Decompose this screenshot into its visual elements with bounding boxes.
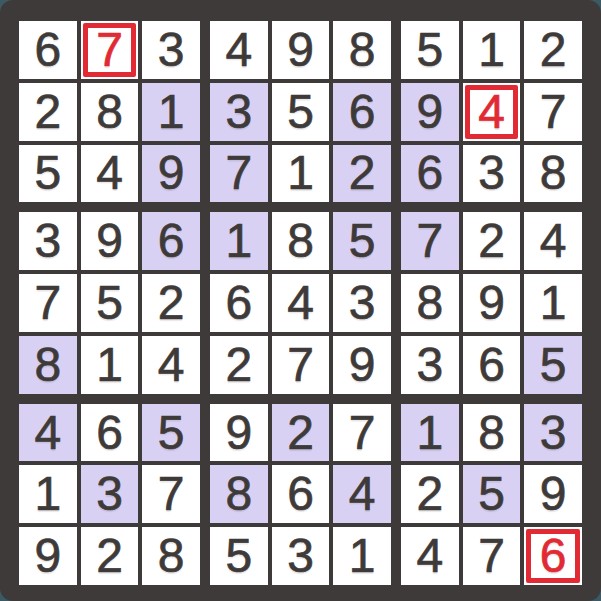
- cell-r3c6[interactable]: 2: [333, 145, 391, 203]
- cell-r9c8[interactable]: 7: [463, 527, 521, 585]
- cell-r2c9[interactable]: 7: [524, 83, 582, 141]
- cell-r2c8[interactable]: 4: [463, 83, 521, 141]
- cell-r7c6[interactable]: 7: [333, 404, 391, 462]
- cell-r5c9[interactable]: 1: [524, 274, 582, 332]
- box-3-2: 927864531: [210, 404, 391, 585]
- cell-r6c1[interactable]: 8: [19, 336, 77, 394]
- cell-r2c6[interactable]: 6: [333, 83, 391, 141]
- cell-r9c7[interactable]: 4: [401, 527, 459, 585]
- box-2-1: 396752814: [19, 212, 200, 393]
- cell-r1c3[interactable]: 3: [142, 21, 200, 79]
- box-1-3: 512947638: [401, 21, 582, 202]
- cell-r3c8[interactable]: 3: [463, 145, 521, 203]
- cell-r8c4[interactable]: 8: [210, 465, 268, 523]
- cell-r3c5[interactable]: 1: [272, 145, 330, 203]
- cell-r6c8[interactable]: 6: [463, 336, 521, 394]
- cell-r8c5[interactable]: 6: [272, 465, 330, 523]
- cell-r8c6[interactable]: 4: [333, 465, 391, 523]
- cell-r1c9[interactable]: 2: [524, 21, 582, 79]
- cell-r3c2[interactable]: 4: [81, 145, 139, 203]
- cell-r6c5[interactable]: 7: [272, 336, 330, 394]
- cell-r5c3[interactable]: 2: [142, 274, 200, 332]
- cell-r7c3[interactable]: 5: [142, 404, 200, 462]
- box-2-3: 724891365: [401, 212, 582, 393]
- cell-r3c7[interactable]: 6: [401, 145, 459, 203]
- cell-r8c9[interactable]: 9: [524, 465, 582, 523]
- cell-r5c5[interactable]: 4: [272, 274, 330, 332]
- cell-r6c3[interactable]: 4: [142, 336, 200, 394]
- sudoku-board: 6732815494983567125129476383967528141856…: [0, 0, 601, 601]
- cell-r5c1[interactable]: 7: [19, 274, 77, 332]
- cell-r1c5[interactable]: 9: [272, 21, 330, 79]
- cell-r9c9[interactable]: 6: [524, 527, 582, 585]
- cell-r4c8[interactable]: 2: [463, 212, 521, 270]
- cell-r2c1[interactable]: 2: [19, 83, 77, 141]
- cell-r6c4[interactable]: 2: [210, 336, 268, 394]
- cell-r3c9[interactable]: 8: [524, 145, 582, 203]
- cell-r9c2[interactable]: 2: [81, 527, 139, 585]
- cell-r2c5[interactable]: 5: [272, 83, 330, 141]
- cell-r4c5[interactable]: 8: [272, 212, 330, 270]
- cell-r6c6[interactable]: 9: [333, 336, 391, 394]
- cell-r7c2[interactable]: 6: [81, 404, 139, 462]
- cell-r7c7[interactable]: 1: [401, 404, 459, 462]
- cell-r5c2[interactable]: 5: [81, 274, 139, 332]
- cell-r4c2[interactable]: 9: [81, 212, 139, 270]
- cell-r5c4[interactable]: 6: [210, 274, 268, 332]
- cell-r8c3[interactable]: 7: [142, 465, 200, 523]
- box-3-1: 465137928: [19, 404, 200, 585]
- cell-r5c6[interactable]: 3: [333, 274, 391, 332]
- box-1-1: 673281549: [19, 21, 200, 202]
- cell-r7c1[interactable]: 4: [19, 404, 77, 462]
- cell-r6c9[interactable]: 5: [524, 336, 582, 394]
- cell-r4c7[interactable]: 7: [401, 212, 459, 270]
- cell-r3c4[interactable]: 7: [210, 145, 268, 203]
- cell-r9c6[interactable]: 1: [333, 527, 391, 585]
- cell-r2c7[interactable]: 9: [401, 83, 459, 141]
- cell-r1c8[interactable]: 1: [463, 21, 521, 79]
- box-1-2: 498356712: [210, 21, 391, 202]
- cell-r8c8[interactable]: 5: [463, 465, 521, 523]
- cell-r9c5[interactable]: 3: [272, 527, 330, 585]
- cell-r8c2[interactable]: 3: [81, 465, 139, 523]
- cell-r6c2[interactable]: 1: [81, 336, 139, 394]
- cell-r7c5[interactable]: 2: [272, 404, 330, 462]
- cell-r8c1[interactable]: 1: [19, 465, 77, 523]
- cell-r9c1[interactable]: 9: [19, 527, 77, 585]
- cell-r3c3[interactable]: 9: [142, 145, 200, 203]
- cell-r3c1[interactable]: 5: [19, 145, 77, 203]
- cell-r4c3[interactable]: 6: [142, 212, 200, 270]
- cell-r4c9[interactable]: 4: [524, 212, 582, 270]
- box-3-3: 183259476: [401, 404, 582, 585]
- cell-r9c4[interactable]: 5: [210, 527, 268, 585]
- cell-r6c7[interactable]: 3: [401, 336, 459, 394]
- cell-r5c8[interactable]: 9: [463, 274, 521, 332]
- cell-r5c7[interactable]: 8: [401, 274, 459, 332]
- cell-r9c3[interactable]: 8: [142, 527, 200, 585]
- cell-r7c8[interactable]: 8: [463, 404, 521, 462]
- cell-r2c4[interactable]: 3: [210, 83, 268, 141]
- cell-r1c1[interactable]: 6: [19, 21, 77, 79]
- cell-r1c7[interactable]: 5: [401, 21, 459, 79]
- cell-r4c6[interactable]: 5: [333, 212, 391, 270]
- cell-r2c3[interactable]: 1: [142, 83, 200, 141]
- cell-r8c7[interactable]: 2: [401, 465, 459, 523]
- cell-r4c4[interactable]: 1: [210, 212, 268, 270]
- cell-r1c6[interactable]: 8: [333, 21, 391, 79]
- cell-r1c2[interactable]: 7: [81, 21, 139, 79]
- cell-r2c2[interactable]: 8: [81, 83, 139, 141]
- cell-r7c4[interactable]: 9: [210, 404, 268, 462]
- box-2-2: 185643279: [210, 212, 391, 393]
- sudoku-grid: 6732815494983567125129476383967528141856…: [19, 21, 582, 585]
- cell-r1c4[interactable]: 4: [210, 21, 268, 79]
- cell-r7c9[interactable]: 3: [524, 404, 582, 462]
- cell-r4c1[interactable]: 3: [19, 212, 77, 270]
